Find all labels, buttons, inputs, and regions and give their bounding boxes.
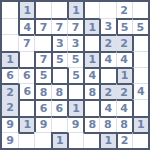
- cell-r1c1[interactable]: [2, 2, 18, 18]
- cell-r2c9[interactable]: 5: [132, 18, 148, 34]
- cell-r6c3[interactable]: 8: [34, 83, 50, 99]
- cell-r3c3[interactable]: [34, 34, 50, 50]
- cell-r9c9[interactable]: [132, 132, 148, 148]
- cell-r8c2[interactable]: 1: [18, 116, 34, 132]
- cell-r1c9[interactable]: [132, 2, 148, 18]
- cell-r5c7[interactable]: [99, 67, 115, 83]
- cell-r6c6[interactable]: 8: [83, 83, 99, 99]
- cell-r9c2[interactable]: [18, 132, 34, 148]
- cell-r7c7[interactable]: 4: [99, 99, 115, 115]
- cell-r3c8[interactable]: 2: [116, 34, 132, 50]
- cell-r1c2[interactable]: 1: [18, 2, 34, 18]
- cell-r9c5[interactable]: [67, 132, 83, 148]
- cell-r2c1[interactable]: [2, 18, 18, 34]
- cell-r7c5[interactable]: 1: [67, 99, 83, 115]
- cell-r5c2[interactable]: 6: [18, 67, 34, 83]
- cell-r9c1[interactable]: 9: [2, 132, 18, 148]
- cell-r3c4[interactable]: 3: [51, 34, 67, 50]
- cell-r7c6[interactable]: [83, 99, 99, 115]
- cell-r4c1[interactable]: 1: [2, 51, 18, 67]
- cell-r9c8[interactable]: 2: [116, 132, 132, 148]
- cell-r3c6[interactable]: [83, 34, 99, 50]
- cell-r2c7[interactable]: 3: [99, 18, 115, 34]
- cell-r1c4[interactable]: [51, 2, 67, 18]
- cell-r4c7[interactable]: 4: [99, 51, 115, 67]
- cell-r2c3[interactable]: 7: [34, 18, 50, 34]
- cell-r8c9[interactable]: 1: [132, 116, 148, 132]
- cell-r8c1[interactable]: 9: [2, 116, 18, 132]
- cell-r5c6[interactable]: 4: [83, 67, 99, 83]
- cell-r9c6[interactable]: [83, 132, 99, 148]
- cell-r3c9[interactable]: [132, 34, 148, 50]
- cell-r9c3[interactable]: [34, 132, 50, 148]
- cell-r8c4[interactable]: [51, 116, 67, 132]
- cell-r3c1[interactable]: [2, 34, 18, 50]
- cell-r8c8[interactable]: 8: [116, 116, 132, 132]
- cell-r3c2[interactable]: 7: [18, 34, 34, 50]
- cell-r4c3[interactable]: 7: [34, 51, 50, 67]
- cell-r9c7[interactable]: 1: [99, 132, 115, 148]
- cell-r3c7[interactable]: 2: [99, 34, 115, 50]
- cell-r6c7[interactable]: 2: [99, 83, 115, 99]
- cell-r4c9[interactable]: [132, 51, 148, 67]
- cell-r4c4[interactable]: 5: [51, 51, 67, 67]
- cell-r4c6[interactable]: 1: [83, 51, 99, 67]
- cell-r2c2[interactable]: 4: [18, 18, 34, 34]
- cell-r5c4[interactable]: [51, 67, 67, 83]
- cell-r1c7[interactable]: [99, 2, 115, 18]
- cell-r5c5[interactable]: 5: [67, 67, 83, 83]
- cell-r4c5[interactable]: 5: [67, 51, 83, 67]
- cell-r7c8[interactable]: 4: [116, 99, 132, 115]
- cell-r6c8[interactable]: 2: [116, 83, 132, 99]
- cell-r8c3[interactable]: 9: [34, 116, 50, 132]
- cell-r2c6[interactable]: 1: [83, 18, 99, 34]
- cell-r6c5[interactable]: [67, 83, 83, 99]
- cell-r1c5[interactable]: 1: [67, 2, 83, 18]
- cell-r8c5[interactable]: 9: [67, 116, 83, 132]
- cell-r7c3[interactable]: 6: [34, 99, 50, 115]
- cell-r4c8[interactable]: 4: [116, 51, 132, 67]
- cell-r3c5[interactable]: 3: [67, 34, 83, 50]
- cell-r8c7[interactable]: 8: [99, 116, 115, 132]
- cell-r4c2[interactable]: [18, 51, 34, 67]
- cell-r5c1[interactable]: 6: [2, 67, 18, 83]
- cell-r7c4[interactable]: 6: [51, 99, 67, 115]
- cell-r6c9[interactable]: 4: [132, 83, 148, 99]
- cell-r1c8[interactable]: 2: [116, 2, 132, 18]
- cell-r1c6[interactable]: [83, 2, 99, 18]
- cell-r6c4[interactable]: 8: [51, 83, 67, 99]
- cell-r5c8[interactable]: 1: [116, 67, 132, 83]
- cell-r2c4[interactable]: 7: [51, 18, 67, 34]
- cell-r5c3[interactable]: 5: [34, 67, 50, 83]
- cell-r7c1[interactable]: 2: [2, 99, 18, 115]
- fillomino-board: 1124777135573322175514466554126888224266…: [0, 0, 150, 150]
- cell-r7c9[interactable]: [132, 99, 148, 115]
- cell-r6c2[interactable]: 6: [18, 83, 34, 99]
- cell-r8c6[interactable]: 8: [83, 116, 99, 132]
- cell-r2c5[interactable]: 7: [67, 18, 83, 34]
- cell-r5c9[interactable]: [132, 67, 148, 83]
- cell-r9c4[interactable]: 1: [51, 132, 67, 148]
- cell-r1c3[interactable]: [34, 2, 50, 18]
- cell-r2c8[interactable]: 5: [116, 18, 132, 34]
- cell-r6c1[interactable]: 2: [2, 83, 18, 99]
- cell-r7c2[interactable]: [18, 99, 34, 115]
